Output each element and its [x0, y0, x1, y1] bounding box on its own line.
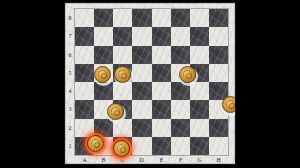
square-G4[interactable]: [190, 82, 209, 100]
square-G2[interactable]: [190, 119, 209, 137]
checkers-board: 87654321 ABCDEFGH: [64, 2, 236, 165]
square-E7[interactable]: [152, 27, 171, 45]
square-F8[interactable]: [171, 9, 190, 27]
square-B4[interactable]: [94, 82, 113, 100]
square-D8[interactable]: [132, 9, 151, 27]
square-F1[interactable]: [171, 137, 190, 155]
file-label-G: G: [191, 156, 207, 165]
rank-label-3: 3: [66, 102, 75, 118]
square-B8[interactable]: [94, 9, 113, 27]
square-A6[interactable]: [75, 46, 94, 64]
square-E8[interactable]: [152, 9, 171, 27]
file-label-F: F: [172, 156, 188, 165]
piece-f5[interactable]: [179, 66, 196, 83]
file-label-A: A: [76, 156, 92, 165]
square-F3[interactable]: [171, 100, 190, 118]
file-label-C: C: [115, 156, 131, 165]
square-G8[interactable]: [190, 9, 209, 27]
square-E3[interactable]: [152, 100, 171, 118]
square-H8[interactable]: [209, 9, 228, 27]
piece-c1[interactable]: [113, 140, 130, 157]
square-H2[interactable]: [209, 119, 228, 137]
square-H6[interactable]: [209, 46, 228, 64]
square-H7[interactable]: [209, 27, 228, 45]
rank-label-4: 4: [66, 83, 75, 99]
square-E4[interactable]: [152, 82, 171, 100]
piece-c5[interactable]: [114, 66, 131, 83]
square-D5[interactable]: [132, 64, 151, 82]
square-B7[interactable]: [94, 27, 113, 45]
square-G3[interactable]: [190, 100, 209, 118]
square-A5[interactable]: [75, 64, 94, 82]
square-C8[interactable]: [113, 9, 132, 27]
square-E2[interactable]: [152, 119, 171, 137]
square-G7[interactable]: [190, 27, 209, 45]
piece-b1[interactable]: [87, 135, 104, 152]
square-C2[interactable]: [113, 119, 132, 137]
square-D2[interactable]: [132, 119, 151, 137]
square-D6[interactable]: [132, 46, 151, 64]
file-label-E: E: [153, 156, 169, 165]
square-B6[interactable]: [94, 46, 113, 64]
square-E1[interactable]: [152, 137, 171, 155]
square-D4[interactable]: [132, 82, 151, 100]
rank-label-1: 1: [66, 138, 75, 154]
square-B2[interactable]: [94, 119, 113, 137]
square-E6[interactable]: [152, 46, 171, 64]
square-H5[interactable]: [209, 64, 228, 82]
square-C6[interactable]: [113, 46, 132, 64]
square-A3[interactable]: [75, 100, 94, 118]
square-H1[interactable]: [209, 137, 228, 155]
rank-label-7: 7: [66, 29, 75, 45]
square-D1[interactable]: [132, 137, 151, 155]
square-F6[interactable]: [171, 46, 190, 64]
piece-c3[interactable]: [107, 103, 124, 120]
rank-label-8: 8: [66, 10, 75, 26]
square-F4[interactable]: [171, 82, 190, 100]
square-A8[interactable]: [75, 9, 94, 27]
square-C7[interactable]: [113, 27, 132, 45]
square-E5[interactable]: [152, 64, 171, 82]
square-A4[interactable]: [75, 82, 94, 100]
square-F2[interactable]: [171, 119, 190, 137]
rank-label-6: 6: [66, 47, 75, 63]
rank-labels: 87654321: [65, 9, 75, 155]
app-window: 87654321 ABCDEFGH: [0, 0, 300, 168]
square-F7[interactable]: [171, 27, 190, 45]
piece-offboard[interactable]: [222, 96, 236, 113]
file-label-D: D: [134, 156, 150, 165]
square-D3[interactable]: [132, 100, 151, 118]
square-D7[interactable]: [132, 27, 151, 45]
piece-b5[interactable]: [94, 66, 111, 83]
square-G6[interactable]: [190, 46, 209, 64]
square-A2[interactable]: [75, 119, 94, 137]
rank-label-2: 2: [66, 120, 75, 136]
rank-label-5: 5: [66, 65, 75, 81]
file-labels: ABCDEFGH: [75, 155, 228, 165]
square-C4[interactable]: [113, 82, 132, 100]
file-label-H: H: [210, 156, 226, 165]
square-A7[interactable]: [75, 27, 94, 45]
file-label-B: B: [96, 156, 112, 165]
square-G1[interactable]: [190, 137, 209, 155]
